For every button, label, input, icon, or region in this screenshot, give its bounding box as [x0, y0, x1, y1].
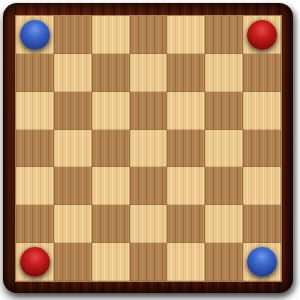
- cell-r4c2[interactable]: [54, 130, 92, 168]
- game-app-icon: [0, 0, 300, 300]
- cell-r4c4[interactable]: [130, 130, 168, 168]
- cell-r4c1[interactable]: [16, 130, 54, 168]
- cell-r7c4[interactable]: [130, 243, 168, 281]
- cell-r6c6[interactable]: [205, 205, 243, 243]
- cell-r2c4[interactable]: [130, 54, 168, 92]
- cell-r6c3[interactable]: [92, 205, 130, 243]
- cell-r4c3[interactable]: [92, 130, 130, 168]
- cell-r7c3[interactable]: [92, 243, 130, 281]
- cell-r1c4[interactable]: [130, 16, 168, 54]
- checkers-board: [16, 16, 281, 281]
- cell-r7c6[interactable]: [205, 243, 243, 281]
- cell-r7c1[interactable]: [16, 243, 54, 281]
- cell-r1c1[interactable]: [16, 16, 54, 54]
- cell-r5c1[interactable]: [16, 167, 54, 205]
- cell-r6c5[interactable]: [167, 205, 205, 243]
- cell-r5c3[interactable]: [92, 167, 130, 205]
- cell-r3c1[interactable]: [16, 92, 54, 130]
- cell-r5c7[interactable]: [243, 167, 281, 205]
- cell-r4c7[interactable]: [243, 130, 281, 168]
- cell-r3c7[interactable]: [243, 92, 281, 130]
- cell-r3c5[interactable]: [167, 92, 205, 130]
- cell-r2c2[interactable]: [54, 54, 92, 92]
- blue-piece[interactable]: [20, 20, 50, 50]
- cell-r6c2[interactable]: [54, 205, 92, 243]
- blue-piece[interactable]: [247, 247, 277, 277]
- board-frame: [3, 3, 293, 293]
- cell-r2c3[interactable]: [92, 54, 130, 92]
- cell-r5c5[interactable]: [167, 167, 205, 205]
- cell-r3c2[interactable]: [54, 92, 92, 130]
- cell-r2c5[interactable]: [167, 54, 205, 92]
- cell-r1c5[interactable]: [167, 16, 205, 54]
- cell-r6c1[interactable]: [16, 205, 54, 243]
- cell-r5c6[interactable]: [205, 167, 243, 205]
- cell-r2c7[interactable]: [243, 54, 281, 92]
- cell-r2c1[interactable]: [16, 54, 54, 92]
- cell-r7c2[interactable]: [54, 243, 92, 281]
- cell-r3c6[interactable]: [205, 92, 243, 130]
- cell-r6c7[interactable]: [243, 205, 281, 243]
- cell-r2c6[interactable]: [205, 54, 243, 92]
- cell-r1c7[interactable]: [243, 16, 281, 54]
- cell-r6c4[interactable]: [130, 205, 168, 243]
- cell-r7c5[interactable]: [167, 243, 205, 281]
- cell-r5c4[interactable]: [130, 167, 168, 205]
- cell-r4c5[interactable]: [167, 130, 205, 168]
- cell-r7c7[interactable]: [243, 243, 281, 281]
- cell-r1c3[interactable]: [92, 16, 130, 54]
- cell-r3c3[interactable]: [92, 92, 130, 130]
- cell-r3c4[interactable]: [130, 92, 168, 130]
- cell-r5c2[interactable]: [54, 167, 92, 205]
- cell-r1c6[interactable]: [205, 16, 243, 54]
- cell-r1c2[interactable]: [54, 16, 92, 54]
- red-piece[interactable]: [20, 247, 50, 277]
- cell-r4c6[interactable]: [205, 130, 243, 168]
- red-piece[interactable]: [247, 20, 277, 50]
